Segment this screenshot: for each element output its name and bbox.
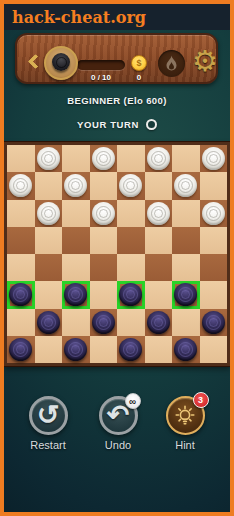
board-square [35,227,63,254]
site-banner-text: hack-cheat.org [12,8,146,27]
board-square [117,145,145,172]
board-square [117,200,145,227]
checker-piece-black[interactable] [147,311,170,334]
board-square [90,227,118,254]
board-square [7,200,35,227]
board-square[interactable] [62,336,90,363]
board-square[interactable] [35,200,63,227]
board-square[interactable] [200,145,228,172]
settings-button[interactable]: ⚙ [191,46,219,76]
player-piece-icon [44,46,78,80]
difficulty-label: BEGINNER (Elo 600) [4,95,230,106]
back-button[interactable] [28,54,44,70]
board-square[interactable] [145,145,173,172]
checker-piece-black[interactable] [119,283,142,306]
game-screen: hack-cheat.org 0 / 10 $ 0 ⚙ BEGINNER (El… [4,4,230,512]
board-square [62,145,90,172]
checker-piece-black[interactable] [119,338,142,361]
board-square[interactable] [90,309,118,336]
board-square [172,200,200,227]
board-square [200,336,228,363]
board-square [62,309,90,336]
board-square [145,172,173,199]
board-square [145,227,173,254]
checker-piece-white[interactable] [92,202,115,225]
checker-piece-white[interactable] [119,174,142,197]
hint-button[interactable]: 3 Hint [155,396,215,451]
board-square [145,281,173,308]
board-square[interactable] [200,200,228,227]
board-square[interactable] [7,227,35,254]
progress-label: 0 / 10 [75,73,127,82]
board-square[interactable] [117,172,145,199]
top-toolbar: 0 / 10 $ 0 ⚙ [15,33,218,84]
board-square[interactable] [200,254,228,281]
undo-icon[interactable]: ↶ ∞ [99,396,138,435]
board-square[interactable] [172,281,200,308]
coin-count: 0 [123,73,155,82]
board-square[interactable] [35,254,63,281]
dark-checker-icon [52,53,70,71]
undo-label: Undo [105,439,131,451]
board-square[interactable] [145,254,173,281]
checker-piece-white[interactable] [147,147,170,170]
board-square[interactable] [7,172,35,199]
board-square [172,309,200,336]
board-square[interactable] [62,227,90,254]
board-square[interactable] [117,281,145,308]
board-square [117,254,145,281]
board-square [7,309,35,336]
board-square [62,200,90,227]
board-square[interactable] [172,172,200,199]
undo-unlimited-badge: ∞ [125,393,141,409]
app-frame: hack-cheat.org 0 / 10 $ 0 ⚙ BEGINNER (El… [0,0,234,516]
checker-piece-white[interactable] [9,174,32,197]
board-square[interactable] [7,281,35,308]
board-square [200,227,228,254]
checker-piece-white[interactable] [202,147,225,170]
hint-count-badge: 3 [193,392,209,408]
board-square [200,281,228,308]
board-square[interactable] [7,336,35,363]
checker-piece-black[interactable] [64,283,87,306]
board-square[interactable] [200,309,228,336]
checker-piece-white[interactable] [147,202,170,225]
board-square [200,172,228,199]
board-square [7,254,35,281]
board-square[interactable] [62,281,90,308]
site-banner: hack-cheat.org [4,4,230,30]
board-square [117,309,145,336]
streak-button[interactable] [158,50,185,77]
board-square [35,336,63,363]
board-square[interactable] [90,254,118,281]
checker-piece-white[interactable] [64,174,87,197]
checker-piece-black[interactable] [64,338,87,361]
board-square [90,336,118,363]
board-square [172,254,200,281]
board-square[interactable] [172,227,200,254]
checker-piece-white[interactable] [37,147,60,170]
board-square [172,145,200,172]
checker-piece-white[interactable] [92,147,115,170]
checker-piece-black[interactable] [37,311,60,334]
checker-piece-black[interactable] [9,338,32,361]
restart-button[interactable]: ↺ Restart [18,396,78,451]
lightbulb-icon [174,404,196,428]
board-square[interactable] [62,172,90,199]
checker-piece-white[interactable] [174,174,197,197]
board-square[interactable] [145,309,173,336]
board-square[interactable] [35,309,63,336]
hint-label: Hint [175,439,195,451]
turn-indicator-row: YOUR TURN [4,119,230,130]
progress-bar [77,60,125,70]
checker-piece-white[interactable] [202,202,225,225]
checker-piece-black[interactable] [9,283,32,306]
board-square [145,336,173,363]
board-square [35,172,63,199]
checker-piece-black[interactable] [202,311,225,334]
hint-bulb-icon[interactable]: 3 [166,396,205,435]
board-square[interactable] [117,336,145,363]
board-square [62,254,90,281]
flame-icon [165,55,178,72]
board-square[interactable] [90,200,118,227]
board-square [90,281,118,308]
coin-icon: $ [131,55,147,71]
restart-icon[interactable]: ↺ [29,396,68,435]
board-square[interactable] [35,145,63,172]
board-square [35,281,63,308]
checker-piece-black[interactable] [174,338,197,361]
checker-piece-black[interactable] [92,311,115,334]
turn-label: YOUR TURN [77,119,139,130]
board-square [7,145,35,172]
board-square[interactable] [90,145,118,172]
undo-button[interactable]: ↶ ∞ Undo [88,396,148,451]
restart-label: Restart [30,439,65,451]
board-square[interactable] [145,200,173,227]
checker-piece-white[interactable] [37,202,60,225]
board-square[interactable] [172,336,200,363]
board-square [90,172,118,199]
checker-piece-black[interactable] [174,283,197,306]
turn-player-circle-icon [146,119,157,130]
checkers-board[interactable] [4,142,230,366]
board-square[interactable] [117,227,145,254]
